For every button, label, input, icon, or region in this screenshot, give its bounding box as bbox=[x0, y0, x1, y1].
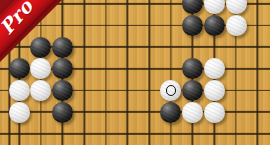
white-stone bbox=[9, 80, 30, 101]
white-stone bbox=[226, 0, 247, 14]
black-stone bbox=[9, 58, 30, 79]
black-stone bbox=[182, 0, 203, 14]
go-board[interactable] bbox=[0, 0, 270, 145]
white-stone bbox=[204, 58, 225, 79]
white-stone bbox=[30, 58, 51, 79]
last-move-circle-marker bbox=[166, 85, 177, 96]
black-stone bbox=[30, 37, 51, 58]
black-stone bbox=[182, 58, 203, 79]
black-stone bbox=[204, 15, 225, 36]
black-stone bbox=[52, 37, 73, 58]
white-stone bbox=[30, 80, 51, 101]
black-stone bbox=[52, 80, 73, 101]
white-stone bbox=[226, 15, 247, 36]
black-stone bbox=[52, 102, 73, 123]
black-stone bbox=[182, 15, 203, 36]
black-stone bbox=[182, 80, 203, 101]
white-stone bbox=[182, 102, 203, 123]
black-stone bbox=[160, 102, 181, 123]
white-stone bbox=[160, 80, 181, 101]
screenshot-root: { "game": "go", "app": { "badge": { "lab… bbox=[0, 0, 270, 145]
black-stone bbox=[52, 58, 73, 79]
white-stone bbox=[204, 0, 225, 14]
white-stone bbox=[204, 102, 225, 123]
white-stone bbox=[9, 102, 30, 123]
white-stone bbox=[204, 80, 225, 101]
